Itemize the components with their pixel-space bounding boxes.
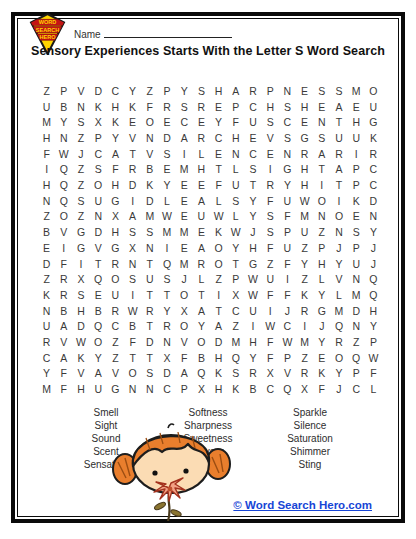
- grid-cell: D: [141, 193, 158, 209]
- word-search-hero-link[interactable]: © Word Search Hero.com: [233, 499, 372, 511]
- grid-cell: U: [107, 287, 124, 303]
- grid-cell: Q: [365, 287, 382, 303]
- grid-cell: V: [72, 83, 89, 99]
- grid-cell: H: [38, 177, 55, 193]
- grid-cell: O: [55, 209, 72, 225]
- grid-cell: X: [193, 381, 210, 397]
- grid-cell: N: [348, 271, 365, 287]
- grid-cell: E: [193, 177, 210, 193]
- grid-cell: J: [365, 256, 382, 272]
- grid-cell: X: [107, 209, 124, 225]
- grid-cell: F: [279, 209, 296, 225]
- grid-cell: Y: [244, 193, 261, 209]
- grid-cell: E: [296, 114, 313, 130]
- grid-cell: X: [124, 240, 141, 256]
- grid-cell: H: [107, 99, 124, 115]
- grid-cell: F: [262, 193, 279, 209]
- grid-cell: R: [107, 256, 124, 272]
- grid-cell: M: [348, 287, 365, 303]
- grid-cell: B: [193, 350, 210, 366]
- grid-cell: Y: [365, 224, 382, 240]
- grid-cell: T: [124, 350, 141, 366]
- grid-cell: U: [244, 303, 261, 319]
- grid-cell: D: [124, 177, 141, 193]
- grid-cell: D: [141, 334, 158, 350]
- grid-cell: Q: [348, 350, 365, 366]
- grid-cell: B: [244, 381, 261, 397]
- grid-cell: L: [330, 287, 347, 303]
- grid-cell: K: [365, 130, 382, 146]
- grid-cell: F: [313, 381, 330, 397]
- grid-cell: U: [348, 130, 365, 146]
- grid-cell: F: [55, 381, 72, 397]
- grid-cell: H: [348, 114, 365, 130]
- grid-cell: Z: [296, 271, 313, 287]
- grid-cell: U: [244, 114, 261, 130]
- grid-cell: F: [210, 177, 227, 193]
- grid-cell: G: [107, 381, 124, 397]
- grid-cell: K: [90, 99, 107, 115]
- grid-cell: G: [72, 224, 89, 240]
- grid-cell: N: [72, 99, 89, 115]
- grid-cell: I: [296, 318, 313, 334]
- grid-cell: Q: [279, 381, 296, 397]
- grid-cell: E: [313, 99, 330, 115]
- grid-cell: E: [348, 209, 365, 225]
- grid-cell: I: [244, 318, 261, 334]
- grid-cell: X: [90, 114, 107, 130]
- grid-cell: Y: [313, 287, 330, 303]
- grid-cell: W: [72, 334, 89, 350]
- grid-cell: W: [227, 224, 244, 240]
- grid-cell: N: [124, 381, 141, 397]
- grid-cell: N: [141, 240, 158, 256]
- grid-cell: L: [193, 146, 210, 162]
- grid-cell: X: [296, 381, 313, 397]
- grid-cell: E: [313, 350, 330, 366]
- grid-cell: V: [279, 366, 296, 382]
- grid-cell: V: [176, 334, 193, 350]
- grid-cell: M: [176, 224, 193, 240]
- grid-cell: R: [330, 334, 347, 350]
- grid-cell: E: [210, 146, 227, 162]
- grid-cell: Y: [365, 318, 382, 334]
- grid-cell: G: [244, 256, 261, 272]
- grid-cell: E: [158, 161, 175, 177]
- grid-cell: V: [262, 130, 279, 146]
- grid-cell: V: [330, 271, 347, 287]
- grid-cell: S: [72, 193, 89, 209]
- grid-cell: P: [176, 381, 193, 397]
- grid-cell: H: [244, 334, 261, 350]
- grid-cell: K: [107, 114, 124, 130]
- grid-cell: F: [141, 99, 158, 115]
- grid-cell: S: [158, 146, 175, 162]
- grid-cell: E: [262, 146, 279, 162]
- grid-cell: F: [55, 256, 72, 272]
- grid-cell: Z: [210, 271, 227, 287]
- grid-cell: Q: [365, 271, 382, 287]
- grid-cell: S: [141, 366, 158, 382]
- grid-cell: Y: [55, 114, 72, 130]
- grid-cell: C: [279, 114, 296, 130]
- grid-cell: N: [38, 193, 55, 209]
- grid-cell: Y: [244, 209, 261, 225]
- grid-cell: R: [296, 303, 313, 319]
- grid-cell: D: [348, 303, 365, 319]
- grid-cell: I: [330, 193, 347, 209]
- grid-cell: E: [244, 130, 261, 146]
- grid-cell: T: [90, 256, 107, 272]
- grid-cell: E: [90, 287, 107, 303]
- grid-cell: I: [55, 240, 72, 256]
- grid-cell: J: [244, 224, 261, 240]
- grid-cell: T: [141, 287, 158, 303]
- grid-cell: D: [158, 130, 175, 146]
- grid-cell: J: [279, 303, 296, 319]
- grid-cell: C: [348, 381, 365, 397]
- grid-cell: P: [348, 161, 365, 177]
- grid-cell: N: [141, 130, 158, 146]
- grid-cell: Y: [90, 350, 107, 366]
- word-list-item: Sparkle: [262, 406, 358, 419]
- grid-cell: H: [296, 161, 313, 177]
- grid-cell: P: [227, 99, 244, 115]
- grid-cell: F: [107, 161, 124, 177]
- grid-cell: X: [262, 366, 279, 382]
- grid-cell: N: [227, 146, 244, 162]
- grid-cell: R: [296, 366, 313, 382]
- grid-cell: R: [141, 303, 158, 319]
- grid-cell: Z: [107, 350, 124, 366]
- grid-cell: Z: [38, 209, 55, 225]
- grid-cell: Z: [313, 224, 330, 240]
- grid-cell: F: [38, 146, 55, 162]
- grid-cell: Z: [72, 209, 89, 225]
- grid-cell: A: [176, 130, 193, 146]
- word-list-item: Saturation: [262, 432, 358, 445]
- grid-cell: W: [124, 303, 141, 319]
- grid-cell: I: [348, 146, 365, 162]
- grid-cell: Y: [296, 256, 313, 272]
- word-list-item: Smell: [58, 406, 154, 419]
- grid-cell: I: [313, 177, 330, 193]
- grid-cell: R: [158, 318, 175, 334]
- grid-cell: W: [262, 318, 279, 334]
- grid-cell: P: [279, 350, 296, 366]
- grid-cell: V: [55, 224, 72, 240]
- grid-cell: R: [107, 303, 124, 319]
- grid-cell: Y: [38, 366, 55, 382]
- grid-cell: U: [348, 256, 365, 272]
- grid-cell: Q: [227, 350, 244, 366]
- grid-cell: L: [313, 271, 330, 287]
- grid-cell: O: [330, 209, 347, 225]
- grid-cell: H: [296, 177, 313, 193]
- grid-cell: A: [227, 83, 244, 99]
- grid-cell: A: [193, 303, 210, 319]
- name-field-row: Name: [74, 27, 232, 40]
- grid-cell: A: [107, 146, 124, 162]
- grid-cell: W: [244, 271, 261, 287]
- word-list-item: Silence: [262, 419, 358, 432]
- grid-cell: U: [90, 193, 107, 209]
- grid-cell: S: [158, 271, 175, 287]
- grid-cell: T: [227, 256, 244, 272]
- grid-cell: P: [348, 240, 365, 256]
- grid-cell: O: [124, 366, 141, 382]
- grid-cell: Y: [107, 130, 124, 146]
- grid-cell: K: [348, 193, 365, 209]
- grid-cell: P: [279, 224, 296, 240]
- grid-cell: D: [210, 334, 227, 350]
- grid-cell: V: [141, 146, 158, 162]
- grid-cell: E: [296, 83, 313, 99]
- grid-cell: C: [227, 303, 244, 319]
- grid-cell: L: [227, 161, 244, 177]
- grid-cell: C: [365, 161, 382, 177]
- grid-cell: A: [313, 146, 330, 162]
- grid-cell: B: [124, 318, 141, 334]
- grid-cell: U: [296, 224, 313, 240]
- grid-cell: L: [158, 193, 175, 209]
- grid-cell: Y: [210, 114, 227, 130]
- grid-cell: V: [124, 130, 141, 146]
- grid-cell: U: [279, 240, 296, 256]
- grid-cell: V: [55, 334, 72, 350]
- grid-cell: J: [330, 381, 347, 397]
- grid-cell: C: [210, 130, 227, 146]
- grid-cell: P: [227, 271, 244, 287]
- grid-cell: C: [262, 381, 279, 397]
- grid-cell: E: [176, 193, 193, 209]
- grid-cell: P: [55, 83, 72, 99]
- grid-cell: E: [158, 114, 175, 130]
- grid-cell: F: [227, 114, 244, 130]
- grid-cell: C: [107, 318, 124, 334]
- grid-cell: J: [313, 318, 330, 334]
- grid-cell: U: [38, 99, 55, 115]
- grid-cell: Z: [296, 240, 313, 256]
- grid-cell: R: [244, 366, 261, 382]
- grid-cell: O: [313, 193, 330, 209]
- grid-cell: Y: [313, 334, 330, 350]
- puzzle-title: Sensory Experiences Starts With the Lett…: [20, 44, 396, 58]
- grid-cell: Q: [330, 318, 347, 334]
- grid-cell: S: [124, 224, 141, 240]
- word-list-column-3: SparkleSilenceSaturationShimmerSting: [262, 406, 358, 471]
- grid-cell: Q: [158, 256, 175, 272]
- grid-cell: R: [262, 177, 279, 193]
- grid-cell: U: [90, 381, 107, 397]
- grid-cell: A: [55, 318, 72, 334]
- grid-cell: F: [262, 350, 279, 366]
- grid-cell: S: [262, 114, 279, 130]
- grid-cell: K: [38, 287, 55, 303]
- grid-cell: S: [72, 287, 89, 303]
- grid-cell: V: [72, 366, 89, 382]
- grid-cell: O: [90, 177, 107, 193]
- grid-cell: P: [348, 177, 365, 193]
- grid-cell: N: [365, 209, 382, 225]
- grid-cell: S: [313, 130, 330, 146]
- grid-cell: R: [158, 99, 175, 115]
- grid-cell: E: [193, 224, 210, 240]
- grid-cell: R: [365, 146, 382, 162]
- grid-cell: B: [55, 303, 72, 319]
- grid-cell: Y: [330, 256, 347, 272]
- grid-cell: N: [313, 209, 330, 225]
- grid-cell: D: [72, 318, 89, 334]
- grid-cell: U: [193, 209, 210, 225]
- grid-cell: A: [193, 193, 210, 209]
- grid-cell: X: [72, 271, 89, 287]
- grid-cell: O: [193, 334, 210, 350]
- grid-cell: Y: [279, 177, 296, 193]
- grid-cell: N: [141, 381, 158, 397]
- grid-cell: B: [38, 224, 55, 240]
- grid-cell: T: [210, 303, 227, 319]
- grid-cell: A: [176, 366, 193, 382]
- grid-cell: H: [38, 130, 55, 146]
- grid-cell: H: [210, 350, 227, 366]
- grid-cell: U: [141, 271, 158, 287]
- grid-cell: R: [330, 146, 347, 162]
- grid-cell: J: [72, 146, 89, 162]
- grid-cell: X: [176, 303, 193, 319]
- grid-cell: F: [262, 334, 279, 350]
- grid-cell: Y: [158, 303, 175, 319]
- grid-cell: P: [90, 130, 107, 146]
- grid-cell: K: [210, 366, 227, 382]
- grid-cell: D: [38, 256, 55, 272]
- grid-cell: O: [210, 256, 227, 272]
- girl-smelling-flower-illustration: [112, 420, 232, 521]
- grid-cell: A: [330, 99, 347, 115]
- grid-cell: R: [55, 271, 72, 287]
- grid-cell: T: [244, 177, 261, 193]
- grid-cell: M: [330, 303, 347, 319]
- grid-cell: L: [365, 381, 382, 397]
- grid-cell: M: [296, 334, 313, 350]
- grid-cell: C: [365, 177, 382, 193]
- grid-cell: O: [210, 240, 227, 256]
- grid-cell: J: [330, 240, 347, 256]
- grid-cell: N: [124, 256, 141, 272]
- word-list-item: Shimmer: [262, 445, 358, 458]
- grid-cell: S: [227, 193, 244, 209]
- grid-cell: S: [348, 224, 365, 240]
- grid-cell: Z: [227, 318, 244, 334]
- grid-cell: M: [348, 83, 365, 99]
- grid-cell: A: [210, 318, 227, 334]
- grid-cell: H: [227, 130, 244, 146]
- grid-cell: I: [38, 161, 55, 177]
- grid-cell: T: [141, 350, 158, 366]
- grid-cell: D: [90, 83, 107, 99]
- grid-cell: Z: [72, 130, 89, 146]
- grid-cell: U: [279, 193, 296, 209]
- grid-cell: W: [365, 350, 382, 366]
- grid-cell: N: [279, 146, 296, 162]
- grid-cell: R: [244, 83, 261, 99]
- grid-cell: P: [158, 83, 175, 99]
- grid-cell: H: [72, 381, 89, 397]
- grid-cell: S: [227, 366, 244, 382]
- grid-cell: F: [176, 350, 193, 366]
- grid-cell: K: [210, 224, 227, 240]
- grid-cell: C: [244, 146, 261, 162]
- grid-cell: E: [38, 240, 55, 256]
- grid-cell: Z: [262, 256, 279, 272]
- grid-cell: C: [244, 99, 261, 115]
- grid-cell: X: [158, 350, 175, 366]
- grid-cell: Q: [90, 318, 107, 334]
- grid-cell: M: [227, 334, 244, 350]
- svg-text:HERO: HERO: [39, 34, 56, 40]
- grid-cell: U: [330, 130, 347, 146]
- word-list-item: Sting: [262, 458, 358, 471]
- grid-cell: Z: [72, 161, 89, 177]
- grid-cell: S: [279, 99, 296, 115]
- grid-cell: Y: [330, 366, 347, 382]
- grid-cell: N: [313, 114, 330, 130]
- grid-cell: P: [262, 83, 279, 99]
- grid-cell: S: [124, 271, 141, 287]
- grid-cell: I: [210, 287, 227, 303]
- grid-cell: H: [296, 99, 313, 115]
- grid-cell: L: [210, 193, 227, 209]
- grid-cell: C: [38, 350, 55, 366]
- grid-cell: R: [296, 146, 313, 162]
- grid-cell: H: [365, 303, 382, 319]
- grid-cell: L: [227, 209, 244, 225]
- grid-cell: Z: [141, 83, 158, 99]
- grid-cell: P: [365, 334, 382, 350]
- grid-cell: H: [107, 224, 124, 240]
- grid-cell: Z: [72, 177, 89, 193]
- grid-cell: O: [107, 271, 124, 287]
- grid-cell: Z: [38, 83, 55, 99]
- grid-cell: H: [262, 99, 279, 115]
- grid-cell: S: [330, 83, 347, 99]
- grid-cell: A: [193, 240, 210, 256]
- grid-cell: G: [313, 303, 330, 319]
- grid-cell: Q: [90, 271, 107, 287]
- word-list-item: Softness: [160, 406, 256, 419]
- grid-cell: E: [176, 240, 193, 256]
- grid-cell: C: [176, 114, 193, 130]
- grid-cell: A: [330, 161, 347, 177]
- grid-cell: K: [124, 99, 141, 115]
- grid-cell: E: [176, 209, 193, 225]
- grid-cell: Y: [244, 350, 261, 366]
- grid-cell: F: [365, 366, 382, 382]
- grid-cell: T: [193, 287, 210, 303]
- grid-cell: N: [279, 83, 296, 99]
- grid-cell: W: [279, 334, 296, 350]
- grid-cell: H: [313, 256, 330, 272]
- grid-cell: U: [262, 271, 279, 287]
- grid-cell: Y: [193, 318, 210, 334]
- grid-cell: C: [107, 83, 124, 99]
- grid-cell: O: [176, 287, 193, 303]
- grid-cell: O: [365, 83, 382, 99]
- grid-cell: R: [38, 334, 55, 350]
- grid-cell: M: [176, 161, 193, 177]
- grid-cell: M: [38, 114, 55, 130]
- grid-cell: Y: [124, 83, 141, 99]
